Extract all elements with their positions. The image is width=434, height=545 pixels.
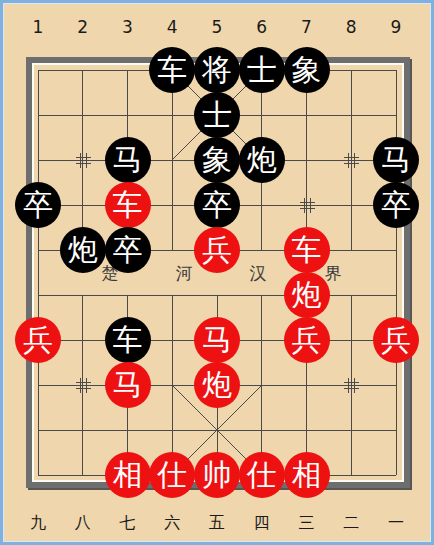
coord-bottom-4: 六 xyxy=(164,513,180,534)
piece-black-rook[interactable]: 车 xyxy=(105,317,151,363)
piece-red-soldier[interactable]: 兵 xyxy=(194,227,240,273)
piece-black-rook[interactable]: 车 xyxy=(149,47,195,93)
piece-red-rook[interactable]: 车 xyxy=(105,182,151,228)
coord-bottom-6: 四 xyxy=(254,513,270,534)
coord-top-5: 5 xyxy=(212,17,223,37)
river-character: 汉 xyxy=(250,265,267,282)
coord-top-6: 6 xyxy=(256,17,267,37)
piece-black-cannon[interactable]: 炮 xyxy=(60,227,106,273)
coord-bottom-7: 三 xyxy=(299,513,315,534)
piece-black-horse[interactable]: 马 xyxy=(105,137,151,183)
coord-top-9: 9 xyxy=(391,17,402,37)
piece-black-soldier[interactable]: 卒 xyxy=(373,182,419,228)
piece-red-soldier[interactable]: 兵 xyxy=(284,317,330,363)
river-character: 河 xyxy=(176,265,193,282)
piece-black-general[interactable]: 将 xyxy=(194,47,240,93)
position-marker xyxy=(76,378,91,393)
piece-red-rook[interactable]: 车 xyxy=(284,227,330,273)
piece-black-advisor[interactable]: 士 xyxy=(239,47,285,93)
piece-red-general[interactable]: 帅 xyxy=(194,452,240,498)
piece-red-soldier[interactable]: 兵 xyxy=(15,317,61,363)
piece-red-cannon[interactable]: 炮 xyxy=(194,362,240,408)
position-marker xyxy=(344,153,359,168)
piece-black-soldier[interactable]: 卒 xyxy=(194,182,240,228)
coord-bottom-2: 八 xyxy=(75,513,91,534)
piece-black-horse[interactable]: 马 xyxy=(373,137,419,183)
position-marker xyxy=(76,153,91,168)
piece-red-horse[interactable]: 马 xyxy=(105,362,151,408)
coord-top-4: 4 xyxy=(167,17,178,37)
coord-top-2: 2 xyxy=(77,17,88,37)
piece-black-soldier[interactable]: 卒 xyxy=(105,227,151,273)
piece-black-soldier[interactable]: 卒 xyxy=(15,182,61,228)
xiangqi-app-window: 楚河汉界123456789九八七六五四三二一车将士象士马象炮马卒车卒卒炮卒兵车炮… xyxy=(0,0,434,545)
coord-top-8: 8 xyxy=(346,17,357,37)
piece-black-cannon[interactable]: 炮 xyxy=(239,137,285,183)
piece-black-elephant[interactable]: 象 xyxy=(284,47,330,93)
piece-red-elephant[interactable]: 相 xyxy=(105,452,151,498)
coord-top-3: 3 xyxy=(122,17,133,37)
position-marker xyxy=(344,378,359,393)
piece-red-advisor[interactable]: 仕 xyxy=(239,452,285,498)
piece-black-advisor[interactable]: 士 xyxy=(194,92,240,138)
piece-red-cannon[interactable]: 炮 xyxy=(284,272,330,318)
position-marker xyxy=(300,198,315,213)
coord-top-7: 7 xyxy=(301,17,312,37)
coord-bottom-1: 九 xyxy=(30,513,46,534)
piece-red-advisor[interactable]: 仕 xyxy=(149,452,195,498)
coord-top-1: 1 xyxy=(33,17,44,37)
coord-bottom-5: 五 xyxy=(209,513,225,534)
piece-red-elephant[interactable]: 相 xyxy=(284,452,330,498)
piece-red-horse[interactable]: 马 xyxy=(194,317,240,363)
piece-red-soldier[interactable]: 兵 xyxy=(373,317,419,363)
coord-bottom-3: 七 xyxy=(120,513,136,534)
coord-bottom-8: 二 xyxy=(343,513,359,534)
river-character: 界 xyxy=(325,265,342,282)
coord-bottom-9: 一 xyxy=(388,513,404,534)
piece-black-elephant[interactable]: 象 xyxy=(194,137,240,183)
